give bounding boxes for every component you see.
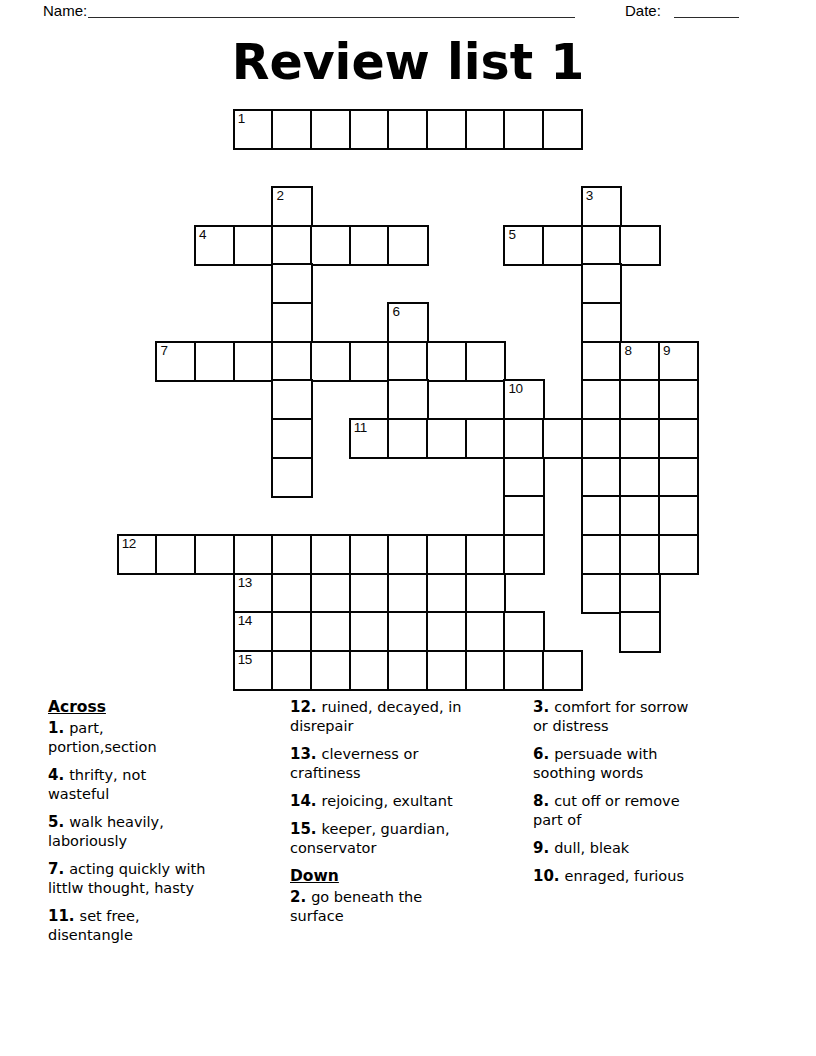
cell-number: 14 (238, 613, 252, 628)
grid-cell[interactable] (542, 109, 583, 150)
grid-cell[interactable] (465, 650, 506, 691)
cell-number: 4 (199, 227, 206, 242)
cell-number: 2 (276, 188, 283, 203)
clue-text: walk heavily, laboriously (48, 814, 164, 849)
grid-cell[interactable] (271, 457, 312, 498)
cell-number: 3 (586, 188, 593, 203)
grid-cell[interactable] (503, 611, 544, 652)
grid-cell[interactable]: 10 (503, 379, 544, 420)
clue-number: 6. (533, 745, 549, 763)
grid-cell[interactable] (233, 225, 274, 266)
grid-cell[interactable] (387, 225, 428, 266)
grid-cell[interactable] (233, 534, 274, 575)
clue-item: 3.comfort for sorrow or distress (533, 698, 751, 736)
clue-text: comfort for sorrow or distress (533, 699, 688, 734)
clue-item: 4.thrifty, not wasteful (48, 766, 253, 804)
grid-cell[interactable] (503, 109, 544, 150)
grid-cell[interactable] (581, 573, 622, 614)
grid-cell[interactable] (387, 611, 428, 652)
grid-cell[interactable] (503, 650, 544, 691)
clues-column: 12.ruined, decayed, in disrepair13.cleve… (290, 698, 500, 935)
grid-cell[interactable] (619, 534, 660, 575)
clue-item: 5.walk heavily, laboriously (48, 813, 253, 851)
clue-item: 12.ruined, decayed, in disrepair (290, 698, 500, 736)
grid-cell[interactable] (349, 341, 390, 382)
grid-cell[interactable] (581, 379, 622, 420)
cell-number: 12 (122, 536, 136, 551)
grid-cell[interactable] (349, 573, 390, 614)
clue-item: 8.cut off or remove part of (533, 792, 751, 830)
grid-cell[interactable]: 13 (233, 573, 274, 614)
clue-item: 14.rejoicing, exultant (290, 792, 500, 811)
name-fill-line[interactable] (88, 17, 575, 18)
grid-cell[interactable] (349, 534, 390, 575)
grid-cell[interactable] (658, 379, 699, 420)
grid-cell[interactable] (271, 611, 312, 652)
grid-cell[interactable]: 4 (194, 225, 235, 266)
clue-number: 14. (290, 792, 317, 810)
clue-number: 3. (533, 698, 549, 716)
clue-number: 4. (48, 766, 64, 784)
clue-number: 2. (290, 888, 306, 906)
grid-cell[interactable] (426, 534, 467, 575)
clue-item: 10.enraged, furious (533, 867, 751, 886)
grid-cell[interactable] (349, 109, 390, 150)
grid-cell[interactable] (194, 341, 235, 382)
grid-cell[interactable] (619, 379, 660, 420)
grid-cell[interactable] (465, 534, 506, 575)
grid-cell[interactable] (426, 341, 467, 382)
down-heading: Down (290, 867, 500, 886)
grid-cell[interactable] (542, 225, 583, 266)
date-fill-line[interactable] (674, 17, 739, 18)
grid-cell[interactable] (619, 225, 660, 266)
grid-cell[interactable] (387, 109, 428, 150)
cell-number: 13 (238, 575, 252, 590)
grid-cell[interactable]: 15 (233, 650, 274, 691)
grid-cell[interactable] (465, 341, 506, 382)
grid-cell[interactable]: 1 (233, 109, 274, 150)
across-heading: Across (48, 698, 253, 717)
page-title: Review list 1 (0, 34, 816, 92)
grid-cell[interactable] (310, 611, 351, 652)
grid-cell[interactable] (581, 534, 622, 575)
grid-cell[interactable] (581, 457, 622, 498)
crossword-worksheet: Name: Date: Review list 1 12345678910111… (0, 0, 816, 1056)
cell-number: 10 (508, 381, 522, 396)
clue-text: dull, bleak (554, 840, 629, 856)
cell-number: 11 (354, 420, 367, 435)
clue-item: 2.go beneath the surface (290, 888, 500, 926)
grid-cell[interactable] (271, 109, 312, 150)
grid-cell[interactable] (581, 418, 622, 459)
grid-cell[interactable] (387, 341, 428, 382)
clue-item: 1.part, portion,section (48, 719, 253, 757)
grid-cell[interactable] (271, 225, 312, 266)
grid-cell[interactable] (310, 225, 351, 266)
grid-cell[interactable] (271, 379, 312, 420)
grid-cell[interactable] (658, 534, 699, 575)
grid-cell[interactable] (426, 573, 467, 614)
clue-text: acting quickly with littlw thought, hast… (48, 861, 206, 896)
clue-number: 13. (290, 745, 317, 763)
grid-cell[interactable] (271, 341, 312, 382)
clue-number: 8. (533, 792, 549, 810)
grid-cell[interactable] (503, 534, 544, 575)
clue-item: 9.dull, bleak (533, 839, 751, 858)
grid-cell[interactable] (542, 418, 583, 459)
grid-cell[interactable] (387, 573, 428, 614)
grid-cell[interactable]: 2 (271, 186, 312, 227)
grid-cell[interactable] (310, 650, 351, 691)
grid-cell[interactable]: 7 (155, 341, 196, 382)
grid-cell[interactable] (310, 109, 351, 150)
grid-cell[interactable] (271, 650, 312, 691)
clue-number: 5. (48, 813, 64, 831)
cell-number: 9 (663, 343, 670, 358)
grid-cell[interactable]: 11 (349, 418, 390, 459)
clue-item: 13.cleverness or craftiness (290, 745, 500, 783)
clue-text: rejoicing, exultant (322, 793, 453, 809)
grid-cell[interactable] (155, 534, 196, 575)
grid-cell[interactable] (271, 573, 312, 614)
cell-number: 5 (508, 227, 515, 242)
grid-cell[interactable] (310, 534, 351, 575)
clue-number: 12. (290, 698, 317, 716)
cell-number: 1 (238, 111, 245, 126)
grid-cell[interactable] (503, 457, 544, 498)
grid-cell[interactable] (426, 650, 467, 691)
clue-number: 11. (48, 907, 75, 925)
clue-text: enraged, furious (565, 868, 684, 884)
grid-cell[interactable]: 14 (233, 611, 274, 652)
grid-cell[interactable] (387, 418, 428, 459)
grid-cell[interactable]: 8 (619, 341, 660, 382)
grid-cell[interactable] (619, 495, 660, 536)
clue-item: 6.persuade with soothing words (533, 745, 751, 783)
grid-cell[interactable] (465, 573, 506, 614)
grid-cell[interactable] (619, 573, 660, 614)
grid-cell[interactable] (426, 109, 467, 150)
grid-cell[interactable] (310, 341, 351, 382)
grid-cell[interactable] (271, 418, 312, 459)
cell-number: 8 (624, 343, 631, 358)
cell-number: 15 (238, 652, 252, 667)
grid-cell[interactable]: 9 (658, 341, 699, 382)
grid-cell[interactable]: 5 (503, 225, 544, 266)
grid-cell[interactable] (503, 495, 544, 536)
name-label: Name: (43, 2, 87, 19)
clue-number: 1. (48, 719, 64, 737)
grid-cell[interactable] (426, 611, 467, 652)
grid-cell[interactable] (465, 611, 506, 652)
clue-item: 11.set free, disentangle (48, 907, 253, 945)
grid-cell[interactable] (349, 225, 390, 266)
grid-cell[interactable] (619, 457, 660, 498)
clue-text: persuade with soothing words (533, 746, 657, 781)
grid-cell[interactable] (542, 650, 583, 691)
grid-cell[interactable] (503, 418, 544, 459)
grid-cell[interactable] (581, 263, 622, 304)
cell-number: 7 (160, 343, 167, 358)
grid-cell[interactable]: 12 (117, 534, 158, 575)
clue-text: cut off or remove part of (533, 793, 680, 828)
grid-cell[interactable] (581, 302, 622, 343)
grid-cell[interactable] (581, 341, 622, 382)
grid-cell[interactable] (387, 534, 428, 575)
grid-cell[interactable] (658, 495, 699, 536)
grid-cell[interactable] (233, 341, 274, 382)
grid-cell[interactable] (349, 611, 390, 652)
grid-cell[interactable] (581, 225, 622, 266)
grid-cell[interactable] (387, 379, 428, 420)
grid-cell[interactable] (310, 573, 351, 614)
grid-cell[interactable] (349, 650, 390, 691)
grid-cell[interactable] (271, 534, 312, 575)
grid-cell[interactable] (194, 534, 235, 575)
grid-cell[interactable] (658, 418, 699, 459)
grid-cell[interactable] (387, 650, 428, 691)
crossword-grid: 123456789101112131415 (118, 110, 698, 690)
grid-cell[interactable] (658, 457, 699, 498)
clue-number: 9. (533, 839, 549, 857)
grid-cell[interactable] (465, 418, 506, 459)
clue-item: 7.acting quickly with littlw thought, ha… (48, 860, 253, 898)
clue-text: part, portion,section (48, 720, 157, 755)
clue-number: 7. (48, 860, 64, 878)
date-label: Date: (625, 2, 661, 19)
grid-cell[interactable] (581, 495, 622, 536)
grid-cell[interactable] (619, 611, 660, 652)
clue-number: 15. (290, 820, 317, 838)
grid-cell[interactable] (271, 263, 312, 304)
clue-text: go beneath the surface (290, 889, 422, 924)
grid-cell[interactable] (271, 302, 312, 343)
grid-cell[interactable]: 3 (581, 186, 622, 227)
grid-cell[interactable] (465, 109, 506, 150)
clue-item: 15.keeper, guardian, conservator (290, 820, 500, 858)
grid-cell[interactable] (619, 418, 660, 459)
cell-number: 6 (392, 304, 399, 319)
clues-column: 3.comfort for sorrow or distress6.persua… (533, 698, 751, 895)
grid-cell[interactable] (426, 418, 467, 459)
clues-column: Across1.part, portion,section4.thrifty, … (48, 698, 253, 954)
grid-cell[interactable]: 6 (387, 302, 428, 343)
clue-number: 10. (533, 867, 560, 885)
